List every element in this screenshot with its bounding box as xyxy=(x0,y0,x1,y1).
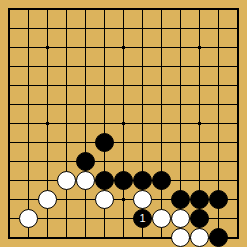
intersection[interactable] xyxy=(38,228,57,247)
black-stone xyxy=(190,190,209,209)
intersection[interactable] xyxy=(57,19,76,38)
intersection[interactable] xyxy=(209,171,228,190)
grid-line-v xyxy=(161,95,162,114)
intersection[interactable] xyxy=(228,114,247,133)
intersection[interactable] xyxy=(76,0,95,19)
intersection[interactable] xyxy=(95,19,114,38)
grid-line-v xyxy=(180,133,181,152)
intersection[interactable] xyxy=(114,95,133,114)
intersection[interactable]: 1 xyxy=(133,209,152,228)
intersection[interactable] xyxy=(190,114,209,133)
grid-line-v xyxy=(28,171,29,190)
intersection[interactable] xyxy=(114,57,133,76)
grid-line-v xyxy=(180,38,181,57)
intersection[interactable] xyxy=(152,38,171,57)
grid-line-v xyxy=(8,57,10,76)
intersection[interactable] xyxy=(57,171,76,190)
intersection[interactable] xyxy=(228,171,247,190)
intersection[interactable] xyxy=(190,152,209,171)
intersection[interactable] xyxy=(228,19,247,38)
intersection[interactable] xyxy=(209,0,228,19)
grid-line-v xyxy=(66,95,67,114)
grid-line-v xyxy=(104,76,105,95)
black-stone xyxy=(209,228,228,247)
black-stone xyxy=(114,171,133,190)
intersection[interactable] xyxy=(0,133,19,152)
grid-line-v xyxy=(47,171,48,190)
grid-line-v xyxy=(237,190,239,209)
intersection[interactable] xyxy=(171,209,190,228)
intersection[interactable] xyxy=(152,171,171,190)
intersection[interactable] xyxy=(57,152,76,171)
intersection[interactable] xyxy=(171,171,190,190)
grid-line-v xyxy=(237,209,239,228)
intersection[interactable] xyxy=(133,114,152,133)
intersection[interactable] xyxy=(19,57,38,76)
intersection[interactable] xyxy=(190,228,209,247)
intersection[interactable] xyxy=(190,190,209,209)
intersection[interactable] xyxy=(152,0,171,19)
intersection[interactable] xyxy=(19,152,38,171)
grid-line-v xyxy=(85,190,86,209)
intersection[interactable] xyxy=(152,190,171,209)
intersection[interactable] xyxy=(57,133,76,152)
intersection[interactable] xyxy=(38,38,57,57)
intersection[interactable] xyxy=(114,76,133,95)
intersection[interactable] xyxy=(57,190,76,209)
intersection[interactable] xyxy=(38,19,57,38)
grid-line-v xyxy=(47,19,48,38)
intersection[interactable] xyxy=(0,0,19,19)
intersection[interactable] xyxy=(19,190,38,209)
grid-line-v xyxy=(28,57,29,76)
intersection[interactable] xyxy=(152,228,171,247)
intersection[interactable] xyxy=(190,0,209,19)
intersection[interactable] xyxy=(95,38,114,57)
intersection[interactable] xyxy=(209,19,228,38)
intersection[interactable] xyxy=(114,190,133,209)
intersection[interactable] xyxy=(190,95,209,114)
star-point xyxy=(46,46,49,49)
intersection[interactable] xyxy=(114,19,133,38)
intersection[interactable] xyxy=(152,114,171,133)
grid-line-v xyxy=(237,38,239,57)
intersection[interactable] xyxy=(209,152,228,171)
intersection[interactable] xyxy=(133,38,152,57)
white-stone xyxy=(133,190,152,209)
intersection[interactable] xyxy=(0,38,19,57)
grid-line-v xyxy=(180,171,181,190)
intersection[interactable] xyxy=(190,57,209,76)
grid-line-v xyxy=(104,19,105,38)
intersection[interactable] xyxy=(190,38,209,57)
grid-line-v xyxy=(104,57,105,76)
white-stone xyxy=(57,171,76,190)
intersection[interactable] xyxy=(95,209,114,228)
intersection[interactable] xyxy=(133,0,152,19)
grid-line-v xyxy=(8,19,10,38)
grid-line-v xyxy=(161,228,162,239)
intersection[interactable] xyxy=(133,190,152,209)
grid-line-v xyxy=(66,228,67,239)
intersection[interactable] xyxy=(57,38,76,57)
intersection[interactable] xyxy=(95,228,114,247)
grid-line-v xyxy=(199,133,200,152)
intersection[interactable] xyxy=(95,133,114,152)
intersection[interactable] xyxy=(76,38,95,57)
grid-line-v xyxy=(142,8,143,19)
intersection[interactable] xyxy=(57,76,76,95)
intersection[interactable] xyxy=(228,95,247,114)
intersection[interactable] xyxy=(171,19,190,38)
intersection[interactable] xyxy=(0,76,19,95)
grid-line-v xyxy=(85,57,86,76)
intersection[interactable] xyxy=(209,133,228,152)
intersection[interactable] xyxy=(171,57,190,76)
intersection[interactable] xyxy=(19,171,38,190)
white-stone xyxy=(38,190,57,209)
intersection[interactable] xyxy=(76,76,95,95)
intersection[interactable] xyxy=(76,114,95,133)
intersection[interactable] xyxy=(0,190,19,209)
intersection[interactable] xyxy=(38,133,57,152)
go-board: 1 xyxy=(0,0,247,247)
grid-line-v xyxy=(47,8,48,19)
intersection[interactable] xyxy=(19,114,38,133)
intersection[interactable] xyxy=(228,152,247,171)
black-stone xyxy=(95,133,114,152)
grid-line-v xyxy=(161,19,162,38)
intersection[interactable] xyxy=(0,114,19,133)
grid-line-v xyxy=(28,76,29,95)
grid-line-v xyxy=(85,19,86,38)
intersection[interactable] xyxy=(76,190,95,209)
grid-line-v xyxy=(237,19,239,38)
grid-line-v xyxy=(142,114,143,133)
grid-line-v xyxy=(28,152,29,171)
intersection[interactable] xyxy=(133,228,152,247)
intersection[interactable] xyxy=(57,0,76,19)
grid-line-v xyxy=(47,76,48,95)
grid-line-v xyxy=(142,76,143,95)
grid-line-v xyxy=(218,152,219,171)
grid-line-v xyxy=(85,133,86,152)
grid-line-v xyxy=(123,152,124,171)
grid-line-v xyxy=(180,8,181,19)
grid-line-v xyxy=(104,152,105,171)
intersection[interactable] xyxy=(95,95,114,114)
intersection[interactable] xyxy=(76,95,95,114)
intersection[interactable] xyxy=(19,76,38,95)
grid-line-v xyxy=(142,57,143,76)
intersection[interactable] xyxy=(228,228,247,247)
black-stone xyxy=(133,171,152,190)
grid-line-v xyxy=(66,133,67,152)
black-stone-move-1: 1 xyxy=(133,209,152,228)
grid-line-v xyxy=(237,171,239,190)
intersection[interactable] xyxy=(133,76,152,95)
grid-line-v xyxy=(218,133,219,152)
grid-line-v xyxy=(85,95,86,114)
grid-line-v xyxy=(47,133,48,152)
grid-line-v xyxy=(123,95,124,114)
intersection[interactable] xyxy=(190,19,209,38)
move-number-label: 1 xyxy=(139,213,145,224)
intersection[interactable] xyxy=(152,19,171,38)
black-stone xyxy=(190,209,209,228)
intersection[interactable] xyxy=(171,38,190,57)
intersection[interactable] xyxy=(209,114,228,133)
star-point xyxy=(198,46,201,49)
grid-line-v xyxy=(237,95,239,114)
intersection[interactable] xyxy=(95,171,114,190)
grid-line-v xyxy=(180,114,181,133)
star-point xyxy=(122,198,125,201)
star-point xyxy=(122,122,125,125)
intersection[interactable] xyxy=(76,57,95,76)
intersection[interactable] xyxy=(38,0,57,19)
intersection[interactable] xyxy=(171,133,190,152)
grid-line-v xyxy=(237,114,239,133)
grid-line-v xyxy=(237,228,239,239)
intersection[interactable] xyxy=(76,19,95,38)
grid-line-v xyxy=(237,57,239,76)
grid-line-v xyxy=(199,57,200,76)
intersection[interactable] xyxy=(228,190,247,209)
grid-line-v xyxy=(8,38,10,57)
grid-line-v xyxy=(161,114,162,133)
grid-line-v xyxy=(123,228,124,239)
grid-line-v xyxy=(218,209,219,228)
grid-line-v xyxy=(123,19,124,38)
intersection[interactable] xyxy=(38,114,57,133)
intersection[interactable] xyxy=(209,76,228,95)
intersection[interactable] xyxy=(38,209,57,228)
intersection[interactable] xyxy=(152,209,171,228)
grid-line-v xyxy=(28,133,29,152)
grid-line-v xyxy=(104,209,105,228)
intersection[interactable] xyxy=(76,152,95,171)
grid-line-v xyxy=(142,228,143,239)
grid-line-v xyxy=(161,76,162,95)
grid-line-v xyxy=(199,8,200,19)
white-stone xyxy=(171,209,190,228)
grid-line-v xyxy=(123,76,124,95)
grid-line-v xyxy=(104,95,105,114)
intersection[interactable] xyxy=(38,76,57,95)
intersection[interactable] xyxy=(114,133,133,152)
grid-line-v xyxy=(161,133,162,152)
intersection[interactable] xyxy=(38,171,57,190)
grid-line-v xyxy=(47,95,48,114)
grid-line-v xyxy=(218,8,219,19)
intersection[interactable] xyxy=(171,228,190,247)
grid-line-v xyxy=(218,114,219,133)
intersection[interactable] xyxy=(19,0,38,19)
intersection[interactable] xyxy=(133,57,152,76)
grid-line-v xyxy=(8,114,10,133)
grid-line-v xyxy=(8,133,10,152)
intersection[interactable] xyxy=(57,228,76,247)
intersection[interactable] xyxy=(19,38,38,57)
grid-line-v xyxy=(180,57,181,76)
grid-line-v xyxy=(28,8,29,19)
grid-line-v xyxy=(161,57,162,76)
grid-line-v xyxy=(8,152,10,171)
intersection[interactable] xyxy=(171,0,190,19)
intersection[interactable] xyxy=(95,152,114,171)
intersection[interactable] xyxy=(57,114,76,133)
grid-line-v xyxy=(8,190,10,209)
grid-line-v xyxy=(66,209,67,228)
intersection[interactable] xyxy=(0,209,19,228)
intersection[interactable] xyxy=(133,95,152,114)
grid-line-v xyxy=(66,152,67,171)
go-diagram: 1 xyxy=(0,0,247,247)
intersection[interactable] xyxy=(152,133,171,152)
intersection[interactable] xyxy=(0,228,19,247)
grid-line-v xyxy=(8,228,10,239)
intersection[interactable] xyxy=(95,0,114,19)
intersection[interactable] xyxy=(190,209,209,228)
intersection[interactable] xyxy=(152,95,171,114)
grid-line-v xyxy=(218,38,219,57)
grid-line-v xyxy=(180,152,181,171)
intersection[interactable] xyxy=(209,38,228,57)
grid-line-v xyxy=(180,76,181,95)
intersection[interactable] xyxy=(76,209,95,228)
intersection[interactable] xyxy=(133,152,152,171)
grid-line-v xyxy=(199,171,200,190)
intersection[interactable] xyxy=(95,114,114,133)
intersection[interactable] xyxy=(209,209,228,228)
grid-line-v xyxy=(199,19,200,38)
intersection[interactable] xyxy=(19,209,38,228)
intersection[interactable] xyxy=(38,152,57,171)
intersection[interactable] xyxy=(114,0,133,19)
intersection[interactable] xyxy=(19,95,38,114)
intersection[interactable] xyxy=(57,95,76,114)
intersection[interactable] xyxy=(171,152,190,171)
grid-line-v xyxy=(218,95,219,114)
intersection[interactable] xyxy=(76,228,95,247)
intersection[interactable] xyxy=(133,133,152,152)
grid-line-v xyxy=(66,114,67,133)
intersection[interactable] xyxy=(114,228,133,247)
grid-line-v xyxy=(237,8,239,19)
star-point xyxy=(46,122,49,125)
intersection[interactable] xyxy=(76,133,95,152)
intersection[interactable] xyxy=(0,57,19,76)
black-stone xyxy=(171,190,190,209)
star-point xyxy=(198,122,201,125)
grid-line-v xyxy=(218,57,219,76)
intersection[interactable] xyxy=(38,95,57,114)
grid-line-v xyxy=(123,133,124,152)
intersection[interactable] xyxy=(133,19,152,38)
intersection[interactable] xyxy=(190,171,209,190)
intersection[interactable] xyxy=(95,190,114,209)
grid-line-v xyxy=(180,19,181,38)
intersection[interactable] xyxy=(209,228,228,247)
intersection[interactable] xyxy=(228,133,247,152)
intersection[interactable] xyxy=(57,57,76,76)
intersection[interactable] xyxy=(171,114,190,133)
grid-line-v xyxy=(8,95,10,114)
intersection[interactable] xyxy=(228,57,247,76)
grid-line-v xyxy=(85,76,86,95)
intersection[interactable] xyxy=(190,76,209,95)
grid-line-v xyxy=(85,114,86,133)
grid-line-v xyxy=(47,209,48,228)
intersection[interactable] xyxy=(152,57,171,76)
grid-line-v xyxy=(104,228,105,239)
intersection[interactable] xyxy=(171,190,190,209)
intersection[interactable] xyxy=(38,190,57,209)
intersection[interactable] xyxy=(228,209,247,228)
intersection[interactable] xyxy=(114,114,133,133)
intersection[interactable] xyxy=(209,190,228,209)
intersection[interactable] xyxy=(0,171,19,190)
star-point xyxy=(122,46,125,49)
grid-line-v xyxy=(199,76,200,95)
grid-line-v xyxy=(66,57,67,76)
black-stone xyxy=(76,152,95,171)
intersection[interactable] xyxy=(133,171,152,190)
intersection[interactable] xyxy=(190,133,209,152)
grid-line-v xyxy=(8,8,10,19)
grid-line-v xyxy=(218,171,219,190)
black-stone xyxy=(152,171,171,190)
intersection[interactable] xyxy=(209,95,228,114)
grid-line-v xyxy=(142,133,143,152)
intersection[interactable] xyxy=(171,76,190,95)
intersection[interactable] xyxy=(114,152,133,171)
intersection[interactable] xyxy=(228,38,247,57)
grid-line-v xyxy=(218,19,219,38)
intersection[interactable] xyxy=(171,95,190,114)
grid-line-v xyxy=(47,57,48,76)
intersection[interactable] xyxy=(0,19,19,38)
grid-line-v xyxy=(8,171,10,190)
intersection[interactable] xyxy=(209,57,228,76)
intersection[interactable] xyxy=(19,228,38,247)
intersection[interactable] xyxy=(76,171,95,190)
intersection[interactable] xyxy=(95,76,114,95)
grid-line-v xyxy=(104,114,105,133)
intersection[interactable] xyxy=(152,76,171,95)
intersection[interactable] xyxy=(114,38,133,57)
intersection[interactable] xyxy=(228,76,247,95)
white-stone xyxy=(152,209,171,228)
grid-line-v xyxy=(142,19,143,38)
intersection[interactable] xyxy=(0,152,19,171)
intersection[interactable] xyxy=(19,19,38,38)
intersection[interactable] xyxy=(57,209,76,228)
grid-line-v xyxy=(85,228,86,239)
intersection[interactable] xyxy=(95,57,114,76)
intersection[interactable] xyxy=(228,0,247,19)
intersection[interactable] xyxy=(0,95,19,114)
white-stone xyxy=(190,228,209,247)
intersection[interactable] xyxy=(114,171,133,190)
intersection[interactable] xyxy=(38,57,57,76)
white-stone xyxy=(76,171,95,190)
intersection[interactable] xyxy=(114,209,133,228)
intersection[interactable] xyxy=(19,133,38,152)
grid-line-v xyxy=(142,152,143,171)
intersection[interactable] xyxy=(152,152,171,171)
